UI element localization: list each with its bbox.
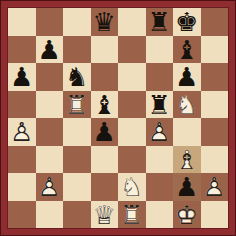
square-h6[interactable] (201, 63, 229, 91)
black-rook: ♜ (146, 8, 174, 36)
square-b6[interactable] (36, 63, 64, 91)
square-c8[interactable] (63, 8, 91, 36)
square-f5[interactable]: ♜ (146, 91, 174, 119)
black-pawn: ♟ (91, 118, 119, 146)
square-h8[interactable] (201, 8, 229, 36)
square-f4[interactable]: ♟♙ (146, 118, 174, 146)
square-b2[interactable]: ♟♙ (36, 173, 64, 201)
board-frame: ♛♜♚♟♝♟♞♟♜♖♝♜♞♘♟♙♟♟♙♝♗♟♙♞♘♟♟♙♛♕♜♖♚♔ (0, 0, 236, 236)
square-c3[interactable] (63, 146, 91, 174)
square-d3[interactable] (91, 146, 119, 174)
square-g4[interactable] (173, 118, 201, 146)
square-e3[interactable] (118, 146, 146, 174)
square-f6[interactable] (146, 63, 174, 91)
square-a2[interactable] (8, 173, 36, 201)
white-rook: ♜♖ (63, 91, 91, 119)
square-c4[interactable] (63, 118, 91, 146)
square-a5[interactable] (8, 91, 36, 119)
square-c6[interactable]: ♞ (63, 63, 91, 91)
white-pawn: ♟♙ (146, 118, 174, 146)
square-e6[interactable] (118, 63, 146, 91)
square-g3[interactable]: ♝♗ (173, 146, 201, 174)
square-c1[interactable] (63, 201, 91, 229)
square-e7[interactable] (118, 36, 146, 64)
white-pawn: ♟♙ (201, 173, 229, 201)
square-b1[interactable] (36, 201, 64, 229)
square-a6[interactable]: ♟ (8, 63, 36, 91)
square-a3[interactable] (8, 146, 36, 174)
white-bishop: ♝♗ (173, 146, 201, 174)
square-h4[interactable] (201, 118, 229, 146)
square-b4[interactable] (36, 118, 64, 146)
square-d8[interactable]: ♛ (91, 8, 119, 36)
square-g8[interactable]: ♚ (173, 8, 201, 36)
square-d6[interactable] (91, 63, 119, 91)
square-b7[interactable]: ♟ (36, 36, 64, 64)
square-a1[interactable] (8, 201, 36, 229)
square-h1[interactable] (201, 201, 229, 229)
square-e1[interactable]: ♜♖ (118, 201, 146, 229)
white-knight: ♞♘ (173, 91, 201, 119)
square-f8[interactable]: ♜ (146, 8, 174, 36)
black-pawn: ♟ (8, 63, 36, 91)
square-g5[interactable]: ♞♘ (173, 91, 201, 119)
square-b3[interactable] (36, 146, 64, 174)
white-queen: ♛♕ (91, 201, 119, 229)
square-g1[interactable]: ♚♔ (173, 201, 201, 229)
square-a8[interactable] (8, 8, 36, 36)
square-e8[interactable] (118, 8, 146, 36)
square-h2[interactable]: ♟♙ (201, 173, 229, 201)
square-c7[interactable] (63, 36, 91, 64)
white-pawn: ♟♙ (8, 118, 36, 146)
square-f7[interactable] (146, 36, 174, 64)
white-rook: ♜♖ (118, 201, 146, 229)
square-f1[interactable] (146, 201, 174, 229)
black-bishop: ♝ (173, 36, 201, 64)
square-a4[interactable]: ♟♙ (8, 118, 36, 146)
chess-board: ♛♜♚♟♝♟♞♟♜♖♝♜♞♘♟♙♟♟♙♝♗♟♙♞♘♟♟♙♛♕♜♖♚♔ (8, 8, 228, 228)
white-pawn: ♟♙ (36, 173, 64, 201)
square-c2[interactable] (63, 173, 91, 201)
white-king: ♚♔ (173, 201, 201, 229)
square-h7[interactable] (201, 36, 229, 64)
black-rook: ♜ (146, 91, 174, 119)
square-e4[interactable] (118, 118, 146, 146)
black-bishop: ♝ (91, 91, 119, 119)
square-c5[interactable]: ♜♖ (63, 91, 91, 119)
black-knight: ♞ (63, 63, 91, 91)
square-f3[interactable] (146, 146, 174, 174)
square-b8[interactable] (36, 8, 64, 36)
square-d5[interactable]: ♝ (91, 91, 119, 119)
square-f2[interactable] (146, 173, 174, 201)
square-g7[interactable]: ♝ (173, 36, 201, 64)
square-g2[interactable]: ♟ (173, 173, 201, 201)
square-a7[interactable] (8, 36, 36, 64)
square-d7[interactable] (91, 36, 119, 64)
square-g6[interactable]: ♟ (173, 63, 201, 91)
black-pawn: ♟ (173, 63, 201, 91)
square-b5[interactable] (36, 91, 64, 119)
square-h5[interactable] (201, 91, 229, 119)
black-queen: ♛ (91, 8, 119, 36)
white-knight: ♞♘ (118, 173, 146, 201)
square-d2[interactable] (91, 173, 119, 201)
square-d1[interactable]: ♛♕ (91, 201, 119, 229)
square-e5[interactable] (118, 91, 146, 119)
square-d4[interactable]: ♟ (91, 118, 119, 146)
black-pawn: ♟ (173, 173, 201, 201)
black-king: ♚ (173, 8, 201, 36)
square-e2[interactable]: ♞♘ (118, 173, 146, 201)
black-pawn: ♟ (36, 36, 64, 64)
square-h3[interactable] (201, 146, 229, 174)
